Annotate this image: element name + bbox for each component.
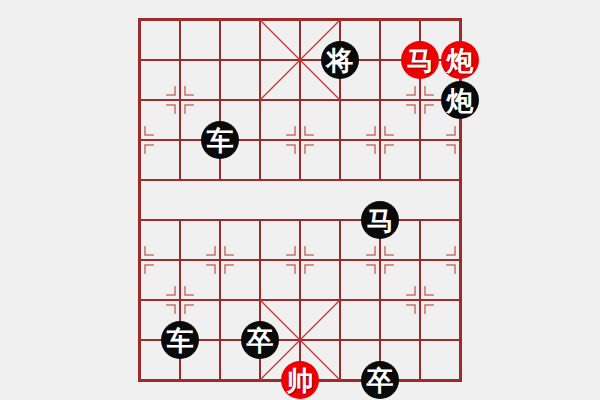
piece-black-horse[interactable]: 马 [361,201,399,239]
piece-black-chariot[interactable]: 车 [201,121,239,159]
piece-red-horse[interactable]: 马 [401,41,439,79]
piece-black-chariot[interactable]: 车 [161,321,199,359]
pieces-layer: 将马炮炮车马车卒帅卒 [120,0,480,400]
piece-red-general[interactable]: 帅 [281,361,319,399]
piece-black-general[interactable]: 将 [321,41,359,79]
xiangqi-diagram: 将马炮炮车马车卒帅卒 [0,0,600,400]
piece-black-soldier[interactable]: 卒 [361,361,399,399]
piece-black-cannon[interactable]: 炮 [441,81,479,119]
piece-black-soldier[interactable]: 卒 [241,321,279,359]
piece-red-cannon[interactable]: 炮 [441,41,479,79]
